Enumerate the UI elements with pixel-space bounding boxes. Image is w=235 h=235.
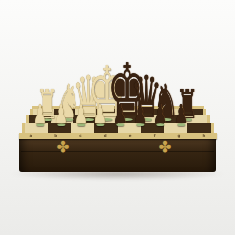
black-pawn-4-glyph: ♟ [174,104,188,125]
white-pawn-1-glyph: ♟ [33,104,47,125]
file-label-f: f [154,134,156,138]
black-pawn-1-glyph: ♟ [113,104,127,125]
board-front-border: abcdefgh [19,133,217,139]
chess-box-front: ✤✤ [19,138,216,172]
black-pawn-4-piece[interactable]: ♟ [169,104,192,126]
file-label-a: a [30,134,33,138]
black-pawn-2-glyph: ♟ [133,104,147,125]
file-label-h: h [202,134,205,138]
board-side-border [207,115,210,123]
white-pawn-3-glyph: ♟ [74,104,88,125]
board-side-border [211,123,214,133]
box-lid-seam [21,151,214,152]
white-pawn-2-glyph: ♟ [54,104,68,125]
file-label-e: e [129,134,132,138]
file-label-g: g [178,134,181,138]
file-label-d: d [104,134,107,138]
brass-ornament-icon-2: ✤ [159,140,172,155]
file-label-b: b [54,134,57,138]
brass-ornament-icon-1: ✤ [57,140,70,155]
file-label-c: c [79,134,81,138]
black-pawn-3-piece[interactable]: ♟ [148,104,171,126]
black-pawn-3-glyph: ♟ [153,104,167,125]
white-pawn-1-piece[interactable]: ♟ [28,104,51,126]
white-pawn-4-glyph: ♟ [93,104,107,125]
chess-set-product-photo: abcdefgh ✤✤ ♟♜♟♞♟♛♟♚♟♚♟♛♟♞♟♜ [0,0,235,235]
